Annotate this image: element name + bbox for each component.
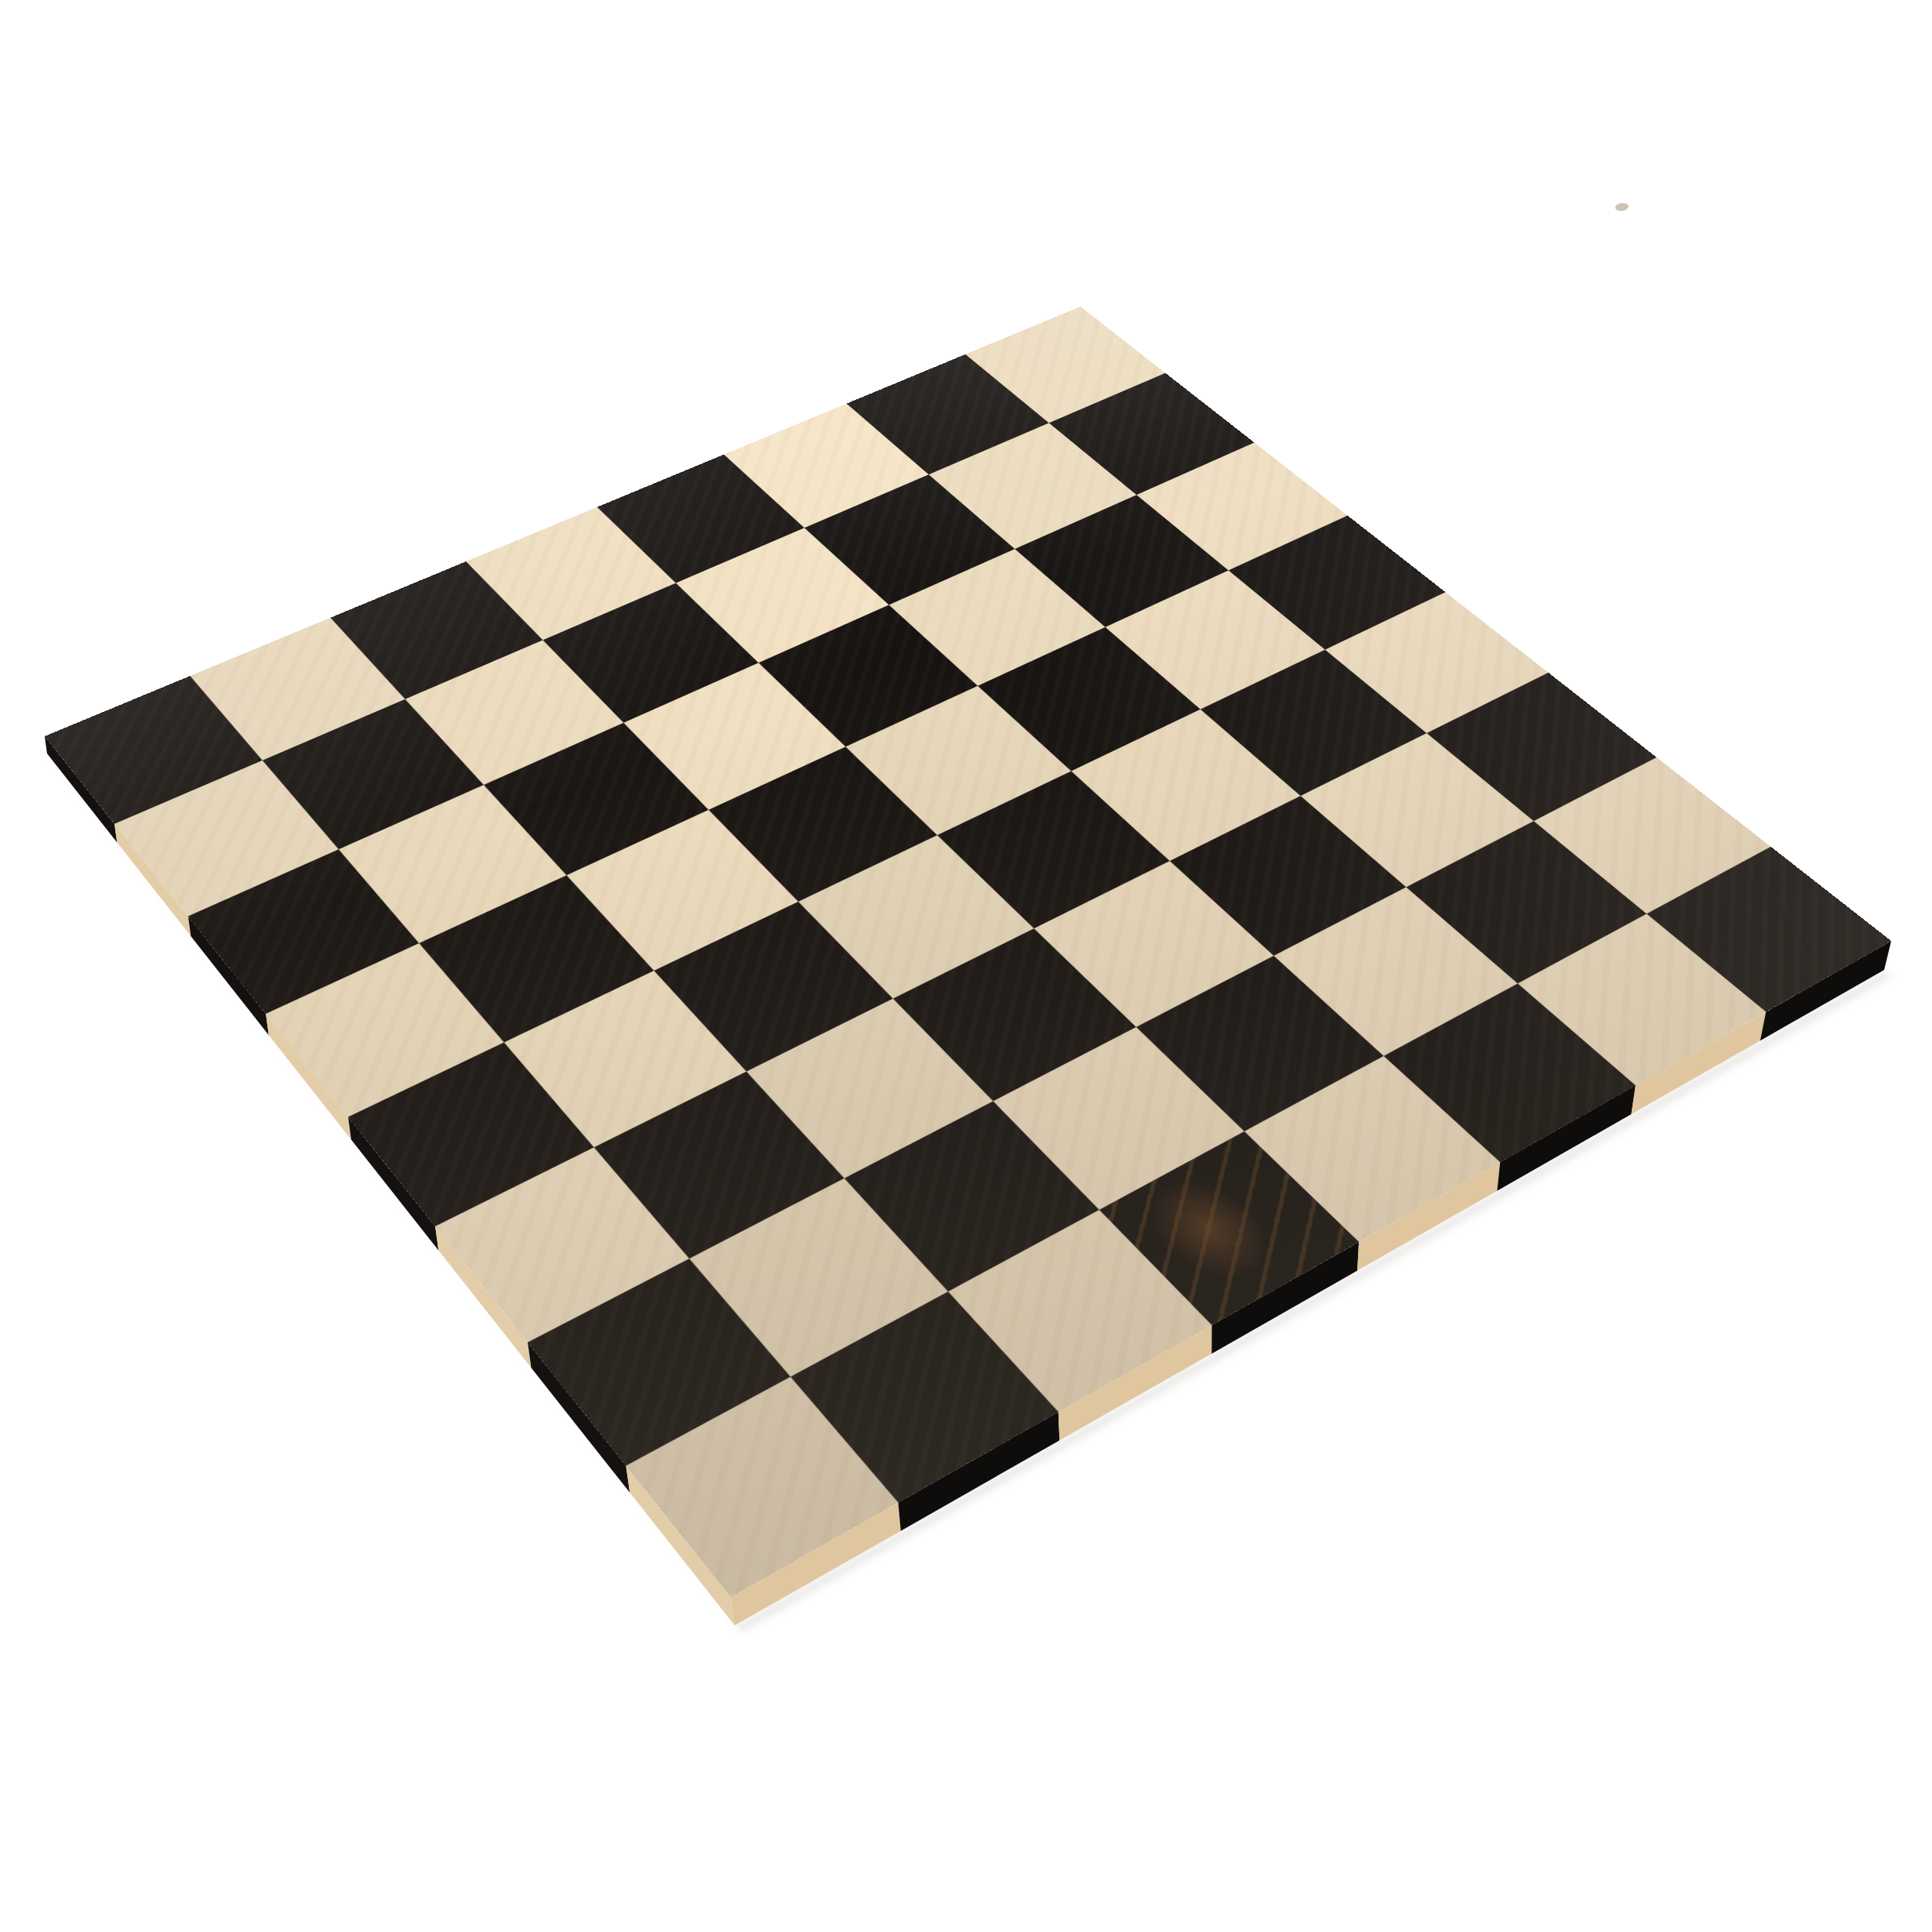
product-photo (0, 0, 1932, 1932)
